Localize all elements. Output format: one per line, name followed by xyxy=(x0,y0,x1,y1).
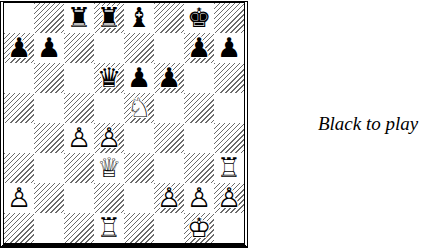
square-d7[interactable] xyxy=(94,33,124,63)
square-c8[interactable]: ♜ xyxy=(64,3,94,33)
square-g6[interactable] xyxy=(184,63,214,93)
square-a1[interactable] xyxy=(4,213,34,243)
piece-white-pawn: ♟♙ xyxy=(4,183,34,213)
square-f3[interactable] xyxy=(154,153,184,183)
piece-white-rook: ♜♖ xyxy=(94,213,124,243)
square-e7[interactable] xyxy=(124,33,154,63)
square-c3[interactable] xyxy=(64,153,94,183)
square-g3[interactable] xyxy=(184,153,214,183)
square-a2[interactable]: ♟♙ xyxy=(4,183,34,213)
square-f5[interactable] xyxy=(154,93,184,123)
square-g7[interactable]: ♟ xyxy=(184,33,214,63)
square-b8[interactable] xyxy=(34,3,64,33)
piece-white-knight: ♞♘ xyxy=(124,93,154,123)
square-h4[interactable] xyxy=(214,123,244,153)
square-e6[interactable]: ♟ xyxy=(124,63,154,93)
square-e2[interactable] xyxy=(124,183,154,213)
square-d4[interactable]: ♟♙ xyxy=(94,123,124,153)
piece-white-pawn: ♟♙ xyxy=(214,183,244,213)
square-g4[interactable] xyxy=(184,123,214,153)
square-f4[interactable] xyxy=(154,123,184,153)
square-b5[interactable] xyxy=(34,93,64,123)
square-g2[interactable]: ♟♙ xyxy=(184,183,214,213)
chess-board-frame: ♜♜♝♚♟♟♟♟♛♟♟♞♘♟♙♟♙♛♕♜♖♟♙♟♙♟♙♟♙♜♖♚♔ xyxy=(0,1,248,248)
piece-black-pawn: ♟ xyxy=(4,33,34,63)
square-d1[interactable]: ♜♖ xyxy=(94,213,124,243)
square-f7[interactable] xyxy=(154,33,184,63)
piece-black-king: ♚ xyxy=(184,3,214,33)
chess-board: ♜♜♝♚♟♟♟♟♛♟♟♞♘♟♙♟♙♛♕♜♖♟♙♟♙♟♙♟♙♜♖♚♔ xyxy=(4,3,244,243)
square-a8[interactable] xyxy=(4,3,34,33)
piece-white-rook: ♜♖ xyxy=(214,153,244,183)
square-h1[interactable] xyxy=(214,213,244,243)
caption-area: Black to play xyxy=(248,0,433,248)
piece-white-queen: ♛♕ xyxy=(94,153,124,183)
square-e5[interactable]: ♞♘ xyxy=(124,93,154,123)
square-d8[interactable]: ♜ xyxy=(94,3,124,33)
square-e3[interactable] xyxy=(124,153,154,183)
square-c4[interactable]: ♟♙ xyxy=(64,123,94,153)
chess-diagram-page: ♜♜♝♚♟♟♟♟♛♟♟♞♘♟♙♟♙♛♕♜♖♟♙♟♙♟♙♟♙♜♖♚♔ Black … xyxy=(0,0,433,248)
square-e1[interactable] xyxy=(124,213,154,243)
square-g5[interactable] xyxy=(184,93,214,123)
square-b2[interactable] xyxy=(34,183,64,213)
square-f8[interactable] xyxy=(154,3,184,33)
piece-black-pawn: ♟ xyxy=(124,63,154,93)
square-a7[interactable]: ♟ xyxy=(4,33,34,63)
square-b3[interactable] xyxy=(34,153,64,183)
square-b6[interactable] xyxy=(34,63,64,93)
piece-black-pawn: ♟ xyxy=(214,33,244,63)
piece-white-pawn: ♟♙ xyxy=(94,123,124,153)
square-f1[interactable] xyxy=(154,213,184,243)
square-h6[interactable] xyxy=(214,63,244,93)
square-d2[interactable] xyxy=(94,183,124,213)
square-c6[interactable] xyxy=(64,63,94,93)
square-f6[interactable]: ♟ xyxy=(154,63,184,93)
piece-black-bishop: ♝ xyxy=(124,3,154,33)
square-h3[interactable]: ♜♖ xyxy=(214,153,244,183)
square-d6[interactable]: ♛ xyxy=(94,63,124,93)
square-b7[interactable]: ♟ xyxy=(34,33,64,63)
square-c2[interactable] xyxy=(64,183,94,213)
side-to-move-caption: Black to play xyxy=(318,113,418,135)
square-h8[interactable] xyxy=(214,3,244,33)
square-g1[interactable]: ♚♔ xyxy=(184,213,214,243)
square-c7[interactable] xyxy=(64,33,94,63)
piece-black-pawn: ♟ xyxy=(154,63,184,93)
square-g8[interactable]: ♚ xyxy=(184,3,214,33)
piece-black-queen: ♛ xyxy=(94,63,124,93)
piece-white-pawn: ♟♙ xyxy=(154,183,184,213)
square-b1[interactable] xyxy=(34,213,64,243)
piece-white-pawn: ♟♙ xyxy=(64,123,94,153)
square-h7[interactable]: ♟ xyxy=(214,33,244,63)
square-a4[interactable] xyxy=(4,123,34,153)
square-c5[interactable] xyxy=(64,93,94,123)
piece-black-pawn: ♟ xyxy=(184,33,214,63)
square-c1[interactable] xyxy=(64,213,94,243)
square-a3[interactable] xyxy=(4,153,34,183)
square-a5[interactable] xyxy=(4,93,34,123)
square-b4[interactable] xyxy=(34,123,64,153)
square-a6[interactable] xyxy=(4,63,34,93)
square-h2[interactable]: ♟♙ xyxy=(214,183,244,213)
piece-black-rook: ♜ xyxy=(64,3,94,33)
piece-black-pawn: ♟ xyxy=(34,33,64,63)
piece-white-pawn: ♟♙ xyxy=(184,183,214,213)
piece-white-king: ♚♔ xyxy=(184,213,214,243)
square-e4[interactable] xyxy=(124,123,154,153)
square-h5[interactable] xyxy=(214,93,244,123)
square-f2[interactable]: ♟♙ xyxy=(154,183,184,213)
piece-black-rook: ♜ xyxy=(94,3,124,33)
square-d5[interactable] xyxy=(94,93,124,123)
square-e8[interactable]: ♝ xyxy=(124,3,154,33)
square-d3[interactable]: ♛♕ xyxy=(94,153,124,183)
